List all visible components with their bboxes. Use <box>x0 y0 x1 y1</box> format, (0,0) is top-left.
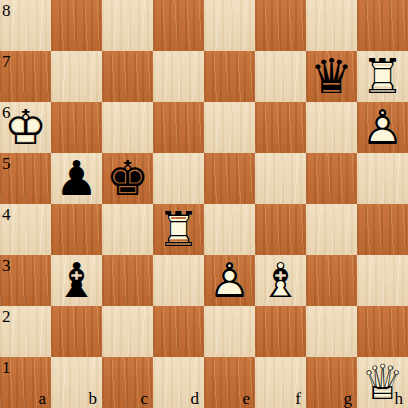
piece-white-rook[interactable]: ♜♖ <box>153 204 204 255</box>
square-e2[interactable] <box>204 306 255 357</box>
square-a4[interactable]: 4 <box>0 204 51 255</box>
square-f6[interactable] <box>255 102 306 153</box>
square-a5[interactable]: 5 <box>0 153 51 204</box>
square-f5[interactable] <box>255 153 306 204</box>
rank-label-7: 7 <box>2 53 11 70</box>
square-e3[interactable]: ♟♙ <box>204 255 255 306</box>
file-label-e: e <box>242 390 250 407</box>
square-e7[interactable] <box>204 51 255 102</box>
square-a2[interactable]: 2 <box>0 306 51 357</box>
square-g2[interactable] <box>306 306 357 357</box>
square-f3[interactable]: ♝♗ <box>255 255 306 306</box>
square-b8[interactable] <box>51 0 102 51</box>
square-a7[interactable]: 7 <box>0 51 51 102</box>
square-f1[interactable]: f <box>255 357 306 408</box>
square-d7[interactable] <box>153 51 204 102</box>
square-a6[interactable]: 6♚♔ <box>0 102 51 153</box>
square-a1[interactable]: 1a <box>0 357 51 408</box>
square-g5[interactable] <box>306 153 357 204</box>
square-c4[interactable] <box>102 204 153 255</box>
square-h2[interactable] <box>357 306 408 357</box>
file-label-d: d <box>191 390 200 407</box>
square-e5[interactable] <box>204 153 255 204</box>
square-b4[interactable] <box>51 204 102 255</box>
square-b1[interactable]: b <box>51 357 102 408</box>
square-e4[interactable] <box>204 204 255 255</box>
square-h1[interactable]: h♛♕ <box>357 357 408 408</box>
white-queen-outline-glyph: ♕ <box>357 357 408 408</box>
square-f7[interactable] <box>255 51 306 102</box>
square-c7[interactable] <box>102 51 153 102</box>
square-c1[interactable]: c <box>102 357 153 408</box>
square-h3[interactable] <box>357 255 408 306</box>
chess-board: 87♛♜♖6♚♔♟♙5♟♚4♜♖3♝♟♙♝♗21abcdefgh♛♕ <box>0 0 408 408</box>
square-f8[interactable] <box>255 0 306 51</box>
white-pawn-outline-glyph: ♙ <box>357 102 408 153</box>
square-d4[interactable]: ♜♖ <box>153 204 204 255</box>
square-g6[interactable] <box>306 102 357 153</box>
square-c3[interactable] <box>102 255 153 306</box>
square-f2[interactable] <box>255 306 306 357</box>
square-g3[interactable] <box>306 255 357 306</box>
rank-label-2: 2 <box>2 308 11 325</box>
square-d1[interactable]: d <box>153 357 204 408</box>
square-g8[interactable] <box>306 0 357 51</box>
square-e8[interactable] <box>204 0 255 51</box>
piece-white-rook[interactable]: ♜♖ <box>357 51 408 102</box>
square-d2[interactable] <box>153 306 204 357</box>
square-h8[interactable] <box>357 0 408 51</box>
rank-label-8: 8 <box>2 2 11 19</box>
square-b6[interactable] <box>51 102 102 153</box>
piece-white-queen[interactable]: ♛♕ <box>357 357 408 408</box>
square-g4[interactable] <box>306 204 357 255</box>
square-h6[interactable]: ♟♙ <box>357 102 408 153</box>
white-rook-outline-glyph: ♖ <box>153 204 204 255</box>
square-b2[interactable] <box>51 306 102 357</box>
square-h5[interactable] <box>357 153 408 204</box>
square-h4[interactable] <box>357 204 408 255</box>
square-d5[interactable] <box>153 153 204 204</box>
rank-label-4: 4 <box>2 206 11 223</box>
piece-black-pawn[interactable]: ♟ <box>51 153 102 204</box>
white-king-outline-glyph: ♔ <box>0 102 51 153</box>
square-b5[interactable]: ♟ <box>51 153 102 204</box>
piece-black-king[interactable]: ♚ <box>102 153 153 204</box>
file-label-c: c <box>140 390 148 407</box>
square-c2[interactable] <box>102 306 153 357</box>
square-d8[interactable] <box>153 0 204 51</box>
piece-black-bishop[interactable]: ♝ <box>51 255 102 306</box>
square-f4[interactable] <box>255 204 306 255</box>
rank-label-1: 1 <box>2 359 11 376</box>
square-e6[interactable] <box>204 102 255 153</box>
square-g1[interactable]: g <box>306 357 357 408</box>
square-g7[interactable]: ♛ <box>306 51 357 102</box>
file-label-b: b <box>89 390 98 407</box>
square-h7[interactable]: ♜♖ <box>357 51 408 102</box>
file-label-a: a <box>38 390 46 407</box>
square-e1[interactable]: e <box>204 357 255 408</box>
piece-white-pawn[interactable]: ♟♙ <box>204 255 255 306</box>
square-c5[interactable]: ♚ <box>102 153 153 204</box>
file-label-g: g <box>344 390 353 407</box>
square-d3[interactable] <box>153 255 204 306</box>
square-b3[interactable]: ♝ <box>51 255 102 306</box>
white-pawn-outline-glyph: ♙ <box>204 255 255 306</box>
white-bishop-outline-glyph: ♗ <box>255 255 306 306</box>
piece-white-pawn[interactable]: ♟♙ <box>357 102 408 153</box>
square-d6[interactable] <box>153 102 204 153</box>
square-c8[interactable] <box>102 0 153 51</box>
white-rook-outline-glyph: ♖ <box>357 51 408 102</box>
piece-black-queen[interactable]: ♛ <box>306 51 357 102</box>
square-a3[interactable]: 3 <box>0 255 51 306</box>
file-label-f: f <box>295 390 301 407</box>
rank-label-3: 3 <box>2 257 11 274</box>
square-b7[interactable] <box>51 51 102 102</box>
piece-white-king[interactable]: ♚♔ <box>0 102 51 153</box>
square-a8[interactable]: 8 <box>0 0 51 51</box>
chess-board-container: 87♛♜♖6♚♔♟♙5♟♚4♜♖3♝♟♙♝♗21abcdefgh♛♕ <box>0 0 408 408</box>
rank-label-5: 5 <box>2 155 11 172</box>
square-c6[interactable] <box>102 102 153 153</box>
piece-white-bishop[interactable]: ♝♗ <box>255 255 306 306</box>
